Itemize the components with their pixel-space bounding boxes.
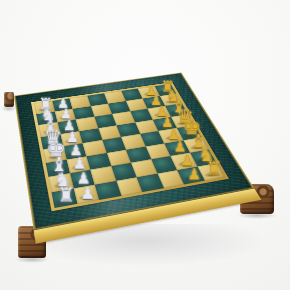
- gold-rook[interactable]: ♜: [206, 159, 223, 178]
- square-h8[interactable]: ♜: [51, 188, 77, 208]
- corner-leg-back-left: [4, 92, 14, 107]
- photo-background: ♜♟♟♜♞♟♟♞♝♟♟♝♛♟♟♛♚♟♟♚♝♟♟♝♞♟♟♞♜♟♟♜: [0, 0, 290, 290]
- gold-pawn[interactable]: ♟: [187, 166, 201, 181]
- silver-rook[interactable]: ♜: [57, 185, 75, 205]
- square-h7[interactable]: ♟: [73, 184, 99, 204]
- chess-board: ♜♟♟♜♞♟♟♞♝♟♟♝♛♟♟♛♚♟♟♚♝♟♟♝♞♟♟♞♜♟♟♜: [14, 72, 262, 243]
- silver-pawn[interactable]: ♟: [81, 185, 95, 201]
- board-surface: ♜♟♟♜♞♟♟♞♝♟♟♝♛♟♟♛♚♟♟♚♝♟♟♝♞♟♟♞♜♟♟♜: [14, 72, 254, 230]
